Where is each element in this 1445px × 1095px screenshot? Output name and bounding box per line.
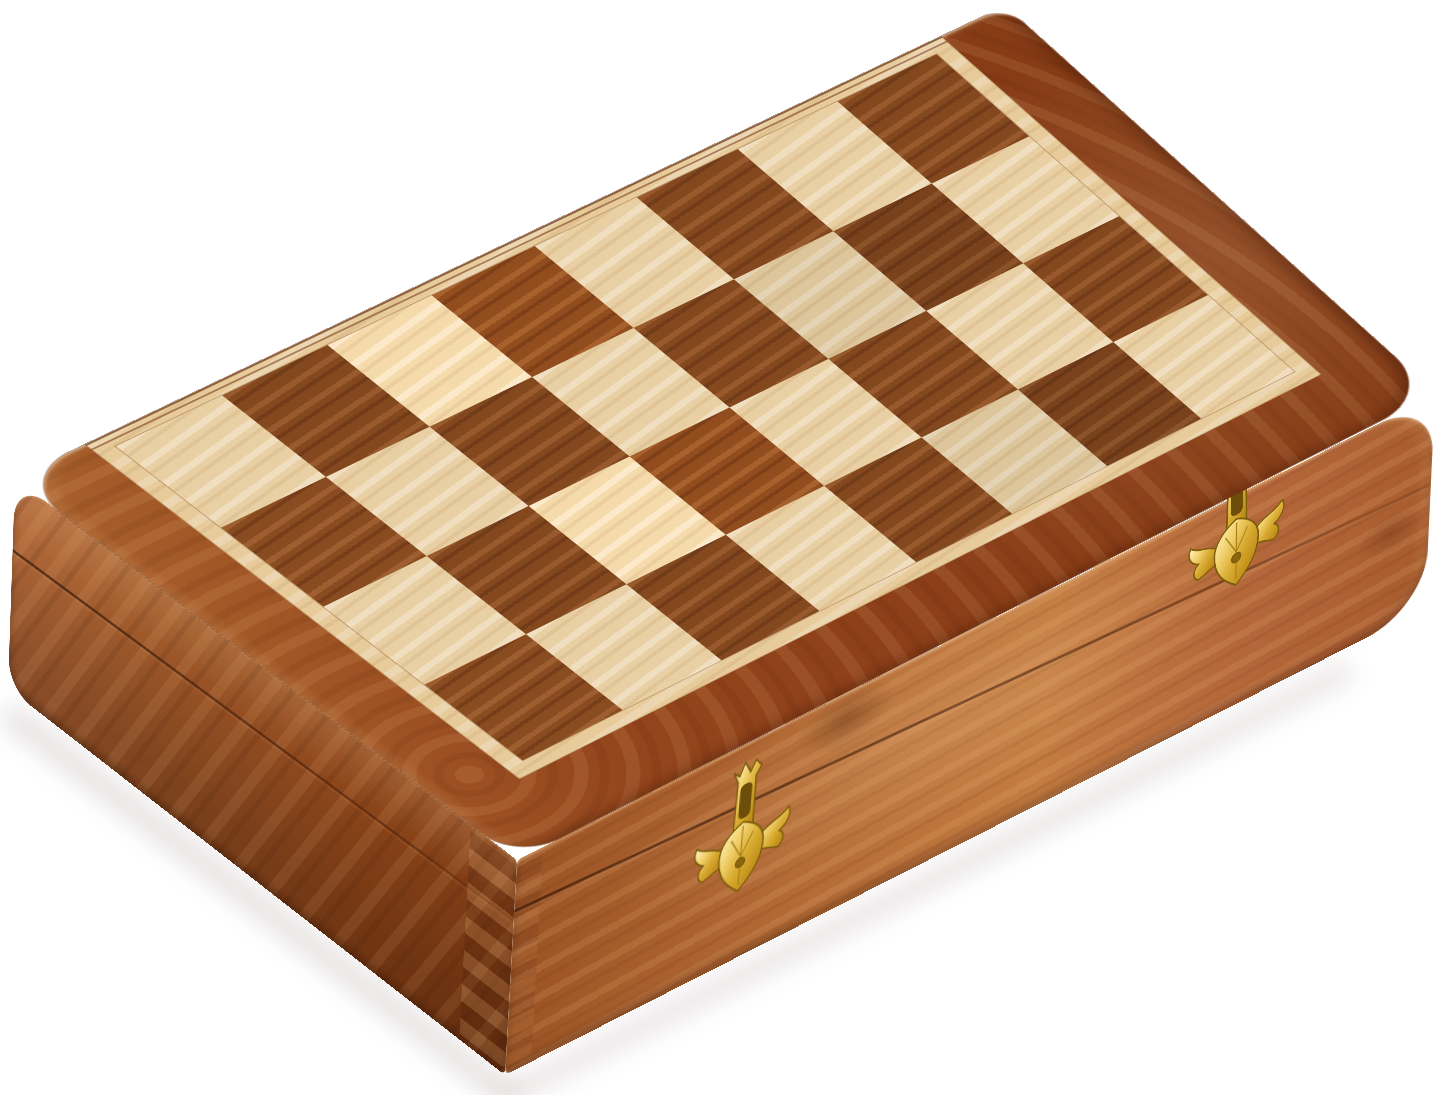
product-photo-chess-box xyxy=(0,0,1445,1095)
